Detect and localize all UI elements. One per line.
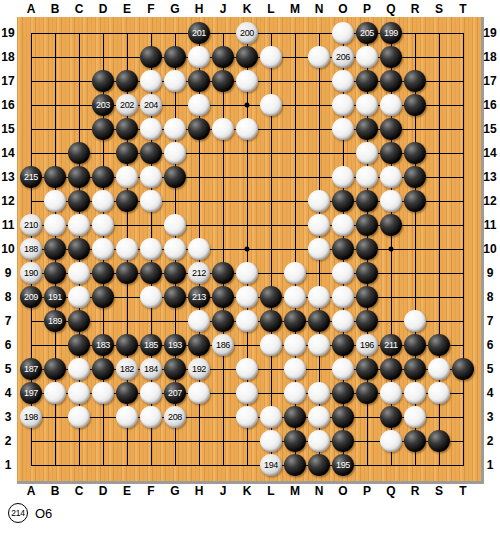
stone-n3[interactable] bbox=[308, 406, 330, 428]
stone-k9[interactable] bbox=[236, 262, 258, 284]
row-label-left-3: 3 bbox=[5, 410, 12, 424]
row-label-right-14: 14 bbox=[483, 146, 496, 160]
stone-k19[interactable]: 200 bbox=[236, 22, 258, 44]
stone-o19[interactable] bbox=[332, 22, 354, 44]
stone-l2[interactable] bbox=[260, 430, 282, 452]
stone-g17[interactable] bbox=[164, 70, 186, 92]
stone-b4[interactable] bbox=[44, 382, 66, 404]
row-label-right-13: 13 bbox=[483, 170, 496, 184]
stone-r13[interactable] bbox=[404, 166, 426, 188]
stone-g18[interactable] bbox=[164, 46, 186, 68]
col-label-top-d: D bbox=[99, 2, 108, 16]
stone-o4[interactable] bbox=[332, 382, 354, 404]
stone-s6[interactable] bbox=[428, 334, 450, 356]
stone-c14[interactable] bbox=[68, 142, 90, 164]
stone-a13[interactable]: 215 bbox=[20, 166, 42, 188]
stone-j6[interactable]: 186 bbox=[212, 334, 234, 356]
stone-b7[interactable]: 189 bbox=[44, 310, 66, 332]
col-label-top-t: T bbox=[459, 2, 466, 16]
col-label-bottom-k: K bbox=[243, 484, 252, 498]
row-label-right-15: 15 bbox=[483, 122, 496, 136]
row-label-right-16: 16 bbox=[483, 98, 496, 112]
stone-r5[interactable] bbox=[404, 358, 426, 380]
stone-q18[interactable] bbox=[380, 46, 402, 68]
stone-c4[interactable] bbox=[68, 382, 90, 404]
stone-s4[interactable] bbox=[428, 382, 450, 404]
stone-n8[interactable] bbox=[308, 286, 330, 308]
col-label-top-b: B bbox=[51, 2, 60, 16]
stone-d17[interactable] bbox=[92, 70, 114, 92]
col-label-bottom-h: H bbox=[195, 484, 204, 498]
stone-b9[interactable] bbox=[44, 262, 66, 284]
stone-b5[interactable] bbox=[44, 358, 66, 380]
stone-o2[interactable] bbox=[332, 430, 354, 452]
stone-h15[interactable] bbox=[188, 118, 210, 140]
stone-g4[interactable]: 207 bbox=[164, 382, 186, 404]
col-label-top-k: K bbox=[243, 2, 252, 16]
col-label-bottom-s: S bbox=[435, 484, 443, 498]
row-label-left-1: 1 bbox=[5, 458, 12, 472]
stone-e14[interactable] bbox=[116, 142, 138, 164]
stone-r17[interactable] bbox=[404, 70, 426, 92]
row-label-left-6: 6 bbox=[5, 338, 12, 352]
col-label-bottom-f: F bbox=[147, 484, 154, 498]
stone-f15[interactable] bbox=[140, 118, 162, 140]
stone-g9[interactable] bbox=[164, 262, 186, 284]
stone-e13[interactable] bbox=[116, 166, 138, 188]
stone-q11[interactable] bbox=[380, 214, 402, 236]
stone-n4[interactable] bbox=[308, 382, 330, 404]
stone-n6[interactable] bbox=[308, 334, 330, 356]
stone-p12[interactable] bbox=[356, 190, 378, 212]
stone-d15[interactable] bbox=[92, 118, 114, 140]
stone-q13[interactable] bbox=[380, 166, 402, 188]
stone-n1[interactable] bbox=[308, 454, 330, 476]
stone-r6[interactable] bbox=[404, 334, 426, 356]
stone-g8[interactable] bbox=[164, 286, 186, 308]
row-label-right-10: 10 bbox=[483, 242, 496, 256]
stone-o17[interactable] bbox=[332, 70, 354, 92]
col-label-bottom-t: T bbox=[459, 484, 466, 498]
stone-l16[interactable] bbox=[260, 94, 282, 116]
stone-k18[interactable] bbox=[236, 46, 258, 68]
stone-e12[interactable] bbox=[116, 190, 138, 212]
row-label-left-7: 7 bbox=[5, 314, 12, 328]
stone-q19[interactable]: 199 bbox=[380, 22, 402, 44]
col-label-bottom-d: D bbox=[99, 484, 108, 498]
stone-o6[interactable] bbox=[332, 334, 354, 356]
stone-g3[interactable]: 208 bbox=[164, 406, 186, 428]
stone-q6[interactable]: 211 bbox=[380, 334, 402, 356]
stone-d8[interactable] bbox=[92, 286, 114, 308]
stone-p5[interactable] bbox=[356, 358, 378, 380]
row-label-right-18: 18 bbox=[483, 50, 496, 64]
stone-c3[interactable] bbox=[68, 406, 90, 428]
stone-e17[interactable] bbox=[116, 70, 138, 92]
stone-m8[interactable] bbox=[284, 286, 306, 308]
stone-o10[interactable] bbox=[332, 238, 354, 260]
row-label-left-19: 19 bbox=[1, 26, 14, 40]
stone-h19[interactable]: 201 bbox=[188, 22, 210, 44]
stone-o16[interactable] bbox=[332, 94, 354, 116]
stone-c12[interactable] bbox=[68, 190, 90, 212]
stone-r3[interactable] bbox=[404, 406, 426, 428]
stone-c7[interactable] bbox=[68, 310, 90, 332]
stone-d10[interactable] bbox=[92, 238, 114, 260]
stone-n18[interactable] bbox=[308, 46, 330, 68]
stone-t5[interactable] bbox=[452, 358, 474, 380]
stone-c5[interactable] bbox=[68, 358, 90, 380]
stone-j9[interactable] bbox=[212, 262, 234, 284]
stone-h8[interactable]: 213 bbox=[188, 286, 210, 308]
row-label-left-11: 11 bbox=[2, 218, 15, 232]
stone-p8[interactable] bbox=[356, 286, 378, 308]
stone-o18[interactable]: 206 bbox=[332, 46, 354, 68]
stone-n11[interactable] bbox=[308, 214, 330, 236]
stone-f12[interactable] bbox=[140, 190, 162, 212]
stone-e4[interactable] bbox=[116, 382, 138, 404]
stone-f10[interactable] bbox=[140, 238, 162, 260]
stone-f13[interactable] bbox=[140, 166, 162, 188]
stone-j7[interactable] bbox=[212, 310, 234, 332]
col-label-bottom-o: O bbox=[338, 484, 347, 498]
stone-l8[interactable] bbox=[260, 286, 282, 308]
stone-m9[interactable] bbox=[284, 262, 306, 284]
stone-r16[interactable] bbox=[404, 94, 426, 116]
stone-r7[interactable] bbox=[404, 310, 426, 332]
caption-coordinate: O6 bbox=[35, 506, 52, 521]
col-label-bottom-n: N bbox=[315, 484, 324, 498]
go-game-diagram: { "game": "go", "board": { "size": 19, "… bbox=[0, 0, 500, 537]
stone-p19[interactable]: 205 bbox=[356, 22, 378, 44]
stone-h10[interactable] bbox=[188, 238, 210, 260]
row-label-right-12: 12 bbox=[483, 194, 496, 208]
stone-d16[interactable]: 203 bbox=[92, 94, 114, 116]
stone-q16[interactable] bbox=[380, 94, 402, 116]
row-label-right-8: 8 bbox=[487, 290, 494, 304]
stone-q5[interactable] bbox=[380, 358, 402, 380]
stone-d9[interactable] bbox=[92, 262, 114, 284]
col-label-top-n: N bbox=[315, 2, 324, 16]
stone-p18[interactable] bbox=[356, 46, 378, 68]
stone-d6[interactable]: 183 bbox=[92, 334, 114, 356]
stone-l6[interactable] bbox=[260, 334, 282, 356]
row-label-left-18: 18 bbox=[1, 50, 14, 64]
row-label-right-6: 6 bbox=[487, 338, 494, 352]
stone-h7[interactable] bbox=[188, 310, 210, 332]
col-label-bottom-e: E bbox=[123, 484, 131, 498]
stone-f5[interactable]: 184 bbox=[140, 358, 162, 380]
row-label-right-11: 11 bbox=[484, 218, 497, 232]
stone-q4[interactable] bbox=[380, 382, 402, 404]
col-label-bottom-m: M bbox=[290, 484, 300, 498]
stone-c8[interactable] bbox=[68, 286, 90, 308]
stone-b8[interactable]: 191 bbox=[44, 286, 66, 308]
last-move-caption: 214 O6 bbox=[8, 501, 52, 525]
stone-k15[interactable] bbox=[236, 118, 258, 140]
row-label-left-10: 10 bbox=[1, 242, 14, 256]
stone-d5[interactable] bbox=[92, 358, 114, 380]
row-label-left-13: 13 bbox=[1, 170, 14, 184]
stone-m6[interactable] bbox=[284, 334, 306, 356]
stone-g5[interactable] bbox=[164, 358, 186, 380]
stone-f4[interactable] bbox=[140, 382, 162, 404]
stone-m7[interactable] bbox=[284, 310, 306, 332]
stone-a5[interactable]: 187 bbox=[20, 358, 42, 380]
stone-p17[interactable] bbox=[356, 70, 378, 92]
col-label-top-o: O bbox=[338, 2, 347, 16]
stone-h9[interactable]: 212 bbox=[188, 262, 210, 284]
stone-p10[interactable] bbox=[356, 238, 378, 260]
row-label-right-3: 3 bbox=[487, 410, 494, 424]
stone-n12[interactable] bbox=[308, 190, 330, 212]
col-label-bottom-p: P bbox=[363, 484, 371, 498]
col-label-bottom-g: G bbox=[170, 484, 179, 498]
stone-k5[interactable] bbox=[236, 358, 258, 380]
stone-g11[interactable] bbox=[164, 214, 186, 236]
caption-move-number: 214 bbox=[11, 508, 24, 518]
col-label-bottom-r: R bbox=[411, 484, 420, 498]
stone-n10[interactable] bbox=[308, 238, 330, 260]
stone-p16[interactable] bbox=[356, 94, 378, 116]
stone-f18[interactable] bbox=[140, 46, 162, 68]
row-label-left-12: 12 bbox=[1, 194, 14, 208]
stone-p13[interactable] bbox=[356, 166, 378, 188]
stone-l1[interactable]: 194 bbox=[260, 454, 282, 476]
stone-f14[interactable] bbox=[140, 142, 162, 164]
stone-r14[interactable] bbox=[404, 142, 426, 164]
stone-c13[interactable] bbox=[68, 166, 90, 188]
col-label-top-l: L bbox=[267, 2, 274, 16]
stone-h5[interactable]: 192 bbox=[188, 358, 210, 380]
stone-c9[interactable] bbox=[68, 262, 90, 284]
stone-g10[interactable] bbox=[164, 238, 186, 260]
stone-l7[interactable] bbox=[260, 310, 282, 332]
col-label-bottom-a: A bbox=[27, 484, 36, 498]
row-label-right-9: 9 bbox=[487, 266, 494, 280]
row-label-right-7: 7 bbox=[487, 314, 494, 328]
row-label-right-17: 17 bbox=[483, 74, 496, 88]
stone-q14[interactable] bbox=[380, 142, 402, 164]
col-label-top-s: S bbox=[435, 2, 443, 16]
stone-o11[interactable] bbox=[332, 214, 354, 236]
row-label-right-1: 1 bbox=[487, 458, 494, 472]
stone-p15[interactable] bbox=[356, 118, 378, 140]
caption-white-stone-icon: 214 bbox=[8, 503, 28, 523]
col-label-top-q: Q bbox=[386, 2, 395, 16]
stone-c10[interactable] bbox=[68, 238, 90, 260]
stone-f3[interactable] bbox=[140, 406, 162, 428]
col-label-top-j: J bbox=[220, 2, 227, 16]
stone-e6[interactable] bbox=[116, 334, 138, 356]
stone-o9[interactable] bbox=[332, 262, 354, 284]
stone-r2[interactable] bbox=[404, 430, 426, 452]
stone-d4[interactable] bbox=[92, 382, 114, 404]
row-label-left-16: 16 bbox=[1, 98, 14, 112]
stone-r12[interactable] bbox=[404, 190, 426, 212]
stone-o1[interactable]: 195 bbox=[332, 454, 354, 476]
row-label-right-4: 4 bbox=[487, 386, 494, 400]
stone-p6[interactable]: 196 bbox=[356, 334, 378, 356]
star-point-q10 bbox=[389, 247, 394, 252]
stone-b10[interactable] bbox=[44, 238, 66, 260]
col-label-bottom-q: Q bbox=[386, 484, 395, 498]
stone-f17[interactable] bbox=[140, 70, 162, 92]
stone-h16[interactable] bbox=[188, 94, 210, 116]
stone-c6[interactable] bbox=[68, 334, 90, 356]
stone-k3[interactable] bbox=[236, 406, 258, 428]
col-label-top-c: C bbox=[75, 2, 84, 16]
stone-q2[interactable] bbox=[380, 430, 402, 452]
stone-o12[interactable] bbox=[332, 190, 354, 212]
stone-q15[interactable] bbox=[380, 118, 402, 140]
stone-b12[interactable] bbox=[44, 190, 66, 212]
stone-l3[interactable] bbox=[260, 406, 282, 428]
stone-m5[interactable] bbox=[284, 358, 306, 380]
row-label-left-8: 8 bbox=[5, 290, 12, 304]
col-label-top-r: R bbox=[411, 2, 420, 16]
stone-s2[interactable] bbox=[428, 430, 450, 452]
col-label-top-h: H bbox=[195, 2, 204, 16]
stone-g15[interactable] bbox=[164, 118, 186, 140]
stone-j17[interactable] bbox=[212, 70, 234, 92]
stone-l18[interactable] bbox=[260, 46, 282, 68]
stone-r4[interactable] bbox=[404, 382, 426, 404]
stone-f8[interactable] bbox=[140, 286, 162, 308]
stone-f6[interactable]: 185 bbox=[140, 334, 162, 356]
stone-e5[interactable]: 182 bbox=[116, 358, 138, 380]
stone-d13[interactable] bbox=[92, 166, 114, 188]
row-label-left-9: 9 bbox=[5, 266, 12, 280]
stone-p7[interactable] bbox=[356, 310, 378, 332]
stone-j15[interactable] bbox=[212, 118, 234, 140]
star-point-k10 bbox=[245, 247, 250, 252]
stone-o7[interactable] bbox=[332, 310, 354, 332]
row-label-left-15: 15 bbox=[1, 122, 14, 136]
col-label-top-g: G bbox=[170, 2, 179, 16]
stone-e16[interactable]: 202 bbox=[116, 94, 138, 116]
col-label-top-e: E bbox=[123, 2, 131, 16]
col-label-top-a: A bbox=[27, 2, 36, 16]
col-label-top-m: M bbox=[290, 2, 300, 16]
stone-o15[interactable] bbox=[332, 118, 354, 140]
stone-d12[interactable] bbox=[92, 190, 114, 212]
stone-h4[interactable] bbox=[188, 382, 210, 404]
stone-n2[interactable] bbox=[308, 430, 330, 452]
stone-g13[interactable] bbox=[164, 166, 186, 188]
stone-f16[interactable]: 204 bbox=[140, 94, 162, 116]
stone-j18[interactable] bbox=[212, 46, 234, 68]
stone-o8[interactable] bbox=[332, 286, 354, 308]
stone-o13[interactable] bbox=[332, 166, 354, 188]
row-label-left-5: 5 bbox=[5, 362, 12, 376]
stone-a10[interactable]: 188 bbox=[20, 238, 42, 260]
stone-a8[interactable]: 209 bbox=[20, 286, 42, 308]
stone-b13[interactable] bbox=[44, 166, 66, 188]
grid-line-horizontal bbox=[31, 465, 464, 466]
stone-p14[interactable] bbox=[356, 142, 378, 164]
stone-n7[interactable] bbox=[308, 310, 330, 332]
stone-a11[interactable]: 210 bbox=[20, 214, 42, 236]
col-label-top-p: P bbox=[363, 2, 371, 16]
stone-k4[interactable] bbox=[236, 382, 258, 404]
stone-m2[interactable] bbox=[284, 430, 306, 452]
col-label-bottom-j: J bbox=[220, 484, 227, 498]
stone-k7[interactable] bbox=[236, 310, 258, 332]
stone-s5[interactable] bbox=[428, 358, 450, 380]
stone-e9[interactable] bbox=[116, 262, 138, 284]
stone-m1[interactable] bbox=[284, 454, 306, 476]
row-label-left-2: 2 bbox=[5, 434, 12, 448]
row-label-left-14: 14 bbox=[1, 146, 14, 160]
stone-b11[interactable] bbox=[44, 214, 66, 236]
grid-line-vertical bbox=[463, 33, 464, 466]
stone-o3[interactable] bbox=[332, 406, 354, 428]
stone-h6[interactable] bbox=[188, 334, 210, 356]
stone-a4[interactable]: 197 bbox=[20, 382, 42, 404]
stone-o5[interactable] bbox=[332, 358, 354, 380]
stone-g14[interactable] bbox=[164, 142, 186, 164]
row-label-right-5: 5 bbox=[487, 362, 494, 376]
stone-m3[interactable] bbox=[284, 406, 306, 428]
go-board: 2012002051992062032022042152101881902122… bbox=[17, 17, 484, 484]
stone-g6[interactable]: 193 bbox=[164, 334, 186, 356]
stone-e3[interactable] bbox=[116, 406, 138, 428]
stone-c11[interactable] bbox=[68, 214, 90, 236]
stone-q3[interactable] bbox=[380, 406, 402, 428]
stone-q17[interactable] bbox=[380, 70, 402, 92]
col-label-bottom-c: C bbox=[75, 484, 84, 498]
stone-h18[interactable] bbox=[188, 46, 210, 68]
stone-a9[interactable]: 190 bbox=[20, 262, 42, 284]
col-label-bottom-l: L bbox=[267, 484, 274, 498]
stone-d11[interactable] bbox=[92, 214, 114, 236]
row-label-right-19: 19 bbox=[483, 26, 496, 40]
stone-e10[interactable] bbox=[116, 238, 138, 260]
stone-q12[interactable] bbox=[380, 190, 402, 212]
stone-j8[interactable] bbox=[212, 286, 234, 308]
col-label-top-f: F bbox=[147, 2, 154, 16]
star-point-k16 bbox=[245, 103, 250, 108]
stone-k17[interactable] bbox=[236, 70, 258, 92]
stone-f9[interactable] bbox=[140, 262, 162, 284]
row-label-right-2: 2 bbox=[487, 434, 494, 448]
col-label-bottom-b: B bbox=[51, 484, 60, 498]
stone-a3[interactable]: 198 bbox=[20, 406, 42, 428]
stone-e15[interactable] bbox=[116, 118, 138, 140]
stone-m4[interactable] bbox=[284, 382, 306, 404]
stone-h17[interactable] bbox=[188, 70, 210, 92]
row-label-left-4: 4 bbox=[5, 386, 12, 400]
row-label-left-17: 17 bbox=[1, 74, 14, 88]
stone-p4[interactable] bbox=[356, 382, 378, 404]
stone-k8[interactable] bbox=[236, 286, 258, 308]
stone-p9[interactable] bbox=[356, 262, 378, 284]
stone-p11[interactable] bbox=[356, 214, 378, 236]
